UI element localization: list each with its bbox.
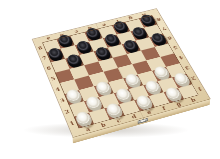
black-man-d6[interactable]: ⛂ bbox=[93, 46, 112, 62]
rank-label-left-1-text: 1 bbox=[69, 121, 75, 127]
black-man-glyph: ⛂ bbox=[93, 46, 112, 62]
file-label-top-e-text: e bbox=[101, 22, 106, 26]
rank-label-left-2-text: 2 bbox=[64, 109, 70, 115]
rank-label-right-5-text: 5 bbox=[172, 45, 178, 50]
rank-label-right-1-text: 1 bbox=[196, 86, 202, 91]
rank-label-left-6-text: 6 bbox=[46, 66, 52, 71]
rank-label-right-3-text: 3 bbox=[184, 65, 190, 70]
rank-label-right-2-text: 2 bbox=[190, 75, 196, 80]
rank-label-left-4-text: 4 bbox=[55, 87, 61, 92]
rank-label-right-7-text: 7 bbox=[161, 26, 167, 31]
rank-label-right-4-text: 4 bbox=[178, 55, 184, 60]
rank-label-left-8-text: 8 bbox=[38, 46, 44, 51]
scene: abcdefgh8⛂⛂⛂⛂87⛂⛂⛂⛂76⛂⛂⛂⛂655443⛀⛀⛀⛀32⛀⛀⛀… bbox=[0, 0, 220, 159]
file-label-top-c-text: c bbox=[74, 29, 79, 34]
checkers-board: abcdefgh8⛂⛂⛂⛂87⛂⛂⛂⛂76⛂⛂⛂⛂655443⛀⛀⛀⛀32⛀⛀⛀… bbox=[33, 9, 210, 137]
rank-label-left-5-text: 5 bbox=[50, 76, 56, 81]
file-label-top-g-text: g bbox=[128, 16, 134, 20]
file-label-top-a-text: a bbox=[46, 36, 51, 41]
rank-label-left-7-text: 7 bbox=[42, 56, 48, 61]
rank-label-left-3-text: 3 bbox=[60, 98, 66, 103]
rank-label-right-8-text: 8 bbox=[155, 17, 161, 21]
rank-label-right-6-text: 6 bbox=[166, 35, 172, 40]
photo-background: abcdefgh8⛂⛂⛂⛂87⛂⛂⛂⛂76⛂⛂⛂⛂655443⛀⛀⛀⛀32⛀⛀⛀… bbox=[0, 0, 220, 159]
